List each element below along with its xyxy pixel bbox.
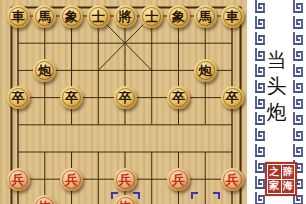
opening-title-text: 当头炮 [267, 47, 287, 125]
piece-black-象-c2r0[interactable]: 象 [60, 5, 83, 28]
seal-char: 家 [268, 180, 281, 194]
piece-black-馬-c7r0[interactable]: 馬 [194, 5, 217, 28]
opening-title: 当头炮 [247, 47, 306, 125]
piece-black-士-c3r0[interactable]: 士 [87, 5, 110, 28]
last-move-marker [191, 192, 220, 204]
piece-black-卒-c4r3[interactable]: 卒 [114, 86, 137, 109]
seal: 之 辞 家 海 [265, 162, 297, 196]
piece-red-兵-c8r6[interactable]: 兵 [221, 168, 244, 191]
seal-char: 辞 [282, 165, 295, 179]
piece-black-士-c5r0[interactable]: 士 [140, 5, 163, 28]
board-panel[interactable]: 車馬象士將士象馬車炮炮卒卒卒卒卒兵兵兵兵兵炮炮車馬相仕帥仕相馬車 [0, 0, 247, 204]
piece-black-車-c0r0[interactable]: 車 [7, 5, 30, 28]
piece-black-象-c6r0[interactable]: 象 [167, 5, 190, 28]
piece-black-卒-c8r3[interactable]: 卒 [221, 86, 244, 109]
piece-red-兵-c2r6[interactable]: 兵 [60, 168, 83, 191]
piece-black-馬-c1r0[interactable]: 馬 [33, 5, 56, 28]
seal-char: 之 [268, 165, 281, 179]
piece-black-卒-c2r3[interactable]: 卒 [60, 86, 83, 109]
piece-red-兵-c0r6[interactable]: 兵 [7, 168, 30, 191]
piece-black-炮-c1r2[interactable]: 炮 [33, 59, 56, 82]
app-window: 車馬象士將士象馬車炮炮卒卒卒卒卒兵兵兵兵兵炮炮車馬相仕帥仕相馬車 当头炮 之 [0, 0, 306, 204]
piece-black-炮-c7r2[interactable]: 炮 [194, 59, 217, 82]
seal-grid: 之 辞 家 海 [267, 164, 295, 194]
piece-black-車-c8r0[interactable]: 車 [221, 5, 244, 28]
piece-black-卒-c6r3[interactable]: 卒 [167, 86, 190, 109]
seal-char: 海 [282, 180, 295, 194]
piece-black-將-c4r0[interactable]: 將 [114, 5, 137, 28]
sidebar: 当头炮 之 辞 家 海 [247, 0, 306, 204]
piece-red-兵-c6r6[interactable]: 兵 [167, 168, 190, 191]
piece-red-兵-c4r6[interactable]: 兵 [114, 168, 137, 191]
piece-black-卒-c0r3[interactable]: 卒 [7, 86, 30, 109]
